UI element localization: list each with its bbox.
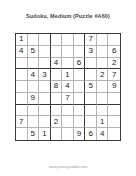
- cell-r2c4[interactable]: [51, 46, 63, 58]
- cell-r6c6[interactable]: [74, 93, 86, 105]
- cell-r8c1: 7: [16, 116, 28, 128]
- cell-r1c3[interactable]: [39, 34, 51, 46]
- cell-r6c2: 9: [28, 93, 40, 105]
- cell-r4c9: 7: [108, 69, 120, 81]
- cell-r3c1[interactable]: [16, 58, 28, 70]
- cell-r9c2: 5: [28, 128, 40, 140]
- cell-r8c5[interactable]: [62, 116, 74, 128]
- cell-r5c2[interactable]: [28, 81, 40, 93]
- cell-r7c1[interactable]: [16, 105, 28, 117]
- cell-r6c9[interactable]: [108, 93, 120, 105]
- cell-r9c3: 1: [39, 128, 51, 140]
- cell-r5c1[interactable]: [16, 81, 28, 93]
- cell-r3c4: 4: [51, 58, 63, 70]
- cell-r4c6[interactable]: [74, 69, 86, 81]
- cell-r4c4[interactable]: [51, 69, 63, 81]
- cell-r4c3: 3: [39, 69, 51, 81]
- cell-r2c6[interactable]: [74, 46, 86, 58]
- cell-r8c3[interactable]: [39, 116, 51, 128]
- page-title: Sudoku, Medium (Puzzle #A60): [0, 13, 136, 19]
- footer-url: www.printmysudoku.com: [0, 165, 136, 169]
- cell-r6c3[interactable]: [39, 93, 51, 105]
- cell-r1c7: 7: [85, 34, 97, 46]
- cell-r8c8: 1: [97, 116, 109, 128]
- cell-r6c7[interactable]: [85, 93, 97, 105]
- cell-r2c5[interactable]: [62, 46, 74, 58]
- cell-r7c4[interactable]: [51, 105, 63, 117]
- cell-r4c7[interactable]: [85, 69, 97, 81]
- cell-r1c5[interactable]: [62, 34, 74, 46]
- cell-r8c6[interactable]: [74, 116, 86, 128]
- cell-r4c2: 4: [28, 69, 40, 81]
- cell-r7c2[interactable]: [28, 105, 40, 117]
- cell-r2c3[interactable]: [39, 46, 51, 58]
- cell-r7c5[interactable]: [62, 105, 74, 117]
- cell-r3c5[interactable]: [62, 58, 74, 70]
- cell-r2c8[interactable]: [97, 46, 109, 58]
- cell-r5c7: 5: [85, 81, 97, 93]
- cell-r4c1[interactable]: [16, 69, 28, 81]
- sudoku-sheet: Sudoku, Medium (Puzzle #A60) 17453646243…: [0, 0, 136, 176]
- cell-r8c7[interactable]: [85, 116, 97, 128]
- cell-r6c5: 7: [62, 93, 74, 105]
- cell-r6c8[interactable]: [97, 93, 109, 105]
- cell-r3c9: 2: [108, 58, 120, 70]
- cell-r2c1: 4: [16, 46, 28, 58]
- cell-r8c9[interactable]: [108, 116, 120, 128]
- cell-r9c5[interactable]: [62, 128, 74, 140]
- cell-r2c7: 3: [85, 46, 97, 58]
- cell-r9c8: 4: [97, 128, 109, 140]
- cell-r9c6: 9: [74, 128, 86, 140]
- cell-r9c4[interactable]: [51, 128, 63, 140]
- cell-r6c4[interactable]: [51, 93, 63, 105]
- cell-r1c9[interactable]: [108, 34, 120, 46]
- cell-r5c9: 9: [108, 81, 120, 93]
- cell-r3c2[interactable]: [28, 58, 40, 70]
- cell-r7c7[interactable]: [85, 105, 97, 117]
- cell-r7c3[interactable]: [39, 105, 51, 117]
- cell-r9c9: [108, 128, 120, 140]
- cell-r5c3[interactable]: [39, 81, 51, 93]
- cell-r3c8[interactable]: [97, 58, 109, 70]
- cell-r5c5: 4: [62, 81, 74, 93]
- cell-r7c6[interactable]: [74, 105, 86, 117]
- cell-r6c1[interactable]: [16, 93, 28, 105]
- cell-r4c5: 1: [62, 69, 74, 81]
- cell-r2c2: 5: [28, 46, 40, 58]
- cell-r9c7: 6: [85, 128, 97, 140]
- cell-r4c8: 2: [97, 69, 109, 81]
- cell-r3c6: 6: [74, 58, 86, 70]
- cell-r5c4: 8: [51, 81, 63, 93]
- cell-r8c2[interactable]: [28, 116, 40, 128]
- cell-r2c9: 6: [108, 46, 120, 58]
- cell-r7c8[interactable]: [97, 105, 109, 117]
- cell-r1c4[interactable]: [51, 34, 63, 46]
- cell-r5c6[interactable]: [74, 81, 86, 93]
- cell-r9c1[interactable]: [16, 128, 28, 140]
- cell-r5c8[interactable]: [97, 81, 109, 93]
- cell-r1c2[interactable]: [28, 34, 40, 46]
- cell-r7c9[interactable]: [108, 105, 120, 117]
- cell-r1c6[interactable]: [74, 34, 86, 46]
- cell-r1c8[interactable]: [97, 34, 109, 46]
- cell-r3c3[interactable]: [39, 58, 51, 70]
- cell-r8c4: 2: [51, 116, 63, 128]
- cell-r1c1: 1: [16, 34, 28, 46]
- cell-r3c7[interactable]: [85, 58, 97, 70]
- sudoku-board: 1745364624312784599772151964: [15, 33, 121, 141]
